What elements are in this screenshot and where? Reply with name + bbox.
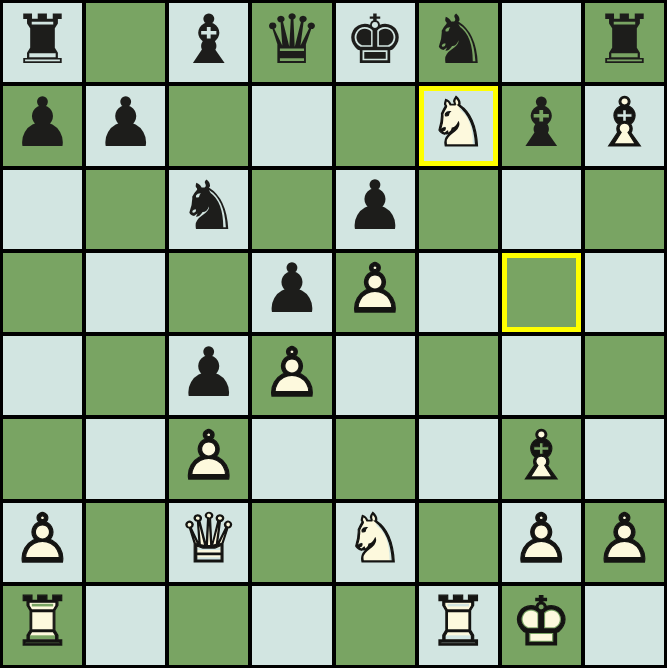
square-g8[interactable] xyxy=(502,3,581,82)
square-e5[interactable]: ♟♙ xyxy=(336,253,415,332)
square-c7[interactable] xyxy=(169,86,248,165)
square-h6[interactable] xyxy=(585,170,664,249)
chess-board: ♜♝♛♚♞♜♟♟♞♘♝♝♗♞♟♟♟♙♟♟♙♟♙♝♗♟♙♛♕♞♘♟♙♟♙♜♖♜♖♚… xyxy=(0,0,667,668)
black-pawn[interactable]: ♟ xyxy=(3,86,82,165)
square-h3[interactable] xyxy=(585,419,664,498)
square-d3[interactable] xyxy=(252,419,331,498)
black-king[interactable]: ♚ xyxy=(336,3,415,82)
square-f4[interactable] xyxy=(419,336,498,415)
square-c4[interactable]: ♟ xyxy=(169,336,248,415)
square-g7[interactable]: ♝ xyxy=(502,86,581,165)
square-d7[interactable] xyxy=(252,86,331,165)
square-f2[interactable] xyxy=(419,503,498,582)
piece-outline-glyph: ♘ xyxy=(419,89,498,157)
piece-outline-glyph: ♖ xyxy=(3,589,82,657)
piece-outline-glyph: ♙ xyxy=(3,505,82,573)
square-g5[interactable] xyxy=(502,253,581,332)
square-a3[interactable] xyxy=(3,419,82,498)
piece-glyph: ♟ xyxy=(86,89,165,157)
square-d2[interactable] xyxy=(252,503,331,582)
square-f7[interactable]: ♞♘ xyxy=(419,86,498,165)
square-a8[interactable]: ♜ xyxy=(3,3,82,82)
piece-outline-glyph: ♙ xyxy=(169,422,248,490)
square-c8[interactable]: ♝ xyxy=(169,3,248,82)
piece-outline-glyph: ♔ xyxy=(502,589,581,657)
square-h1[interactable] xyxy=(585,586,664,665)
square-g2[interactable]: ♟♙ xyxy=(502,503,581,582)
square-h2[interactable]: ♟♙ xyxy=(585,503,664,582)
piece-glyph: ♟ xyxy=(336,172,415,240)
piece-outline-glyph: ♘ xyxy=(336,505,415,573)
black-pawn[interactable]: ♟ xyxy=(86,86,165,165)
black-bishop[interactable]: ♝ xyxy=(169,3,248,82)
square-e2[interactable]: ♞♘ xyxy=(336,503,415,582)
square-b7[interactable]: ♟ xyxy=(86,86,165,165)
white-pawn[interactable]: ♟♙ xyxy=(252,336,331,415)
piece-glyph: ♝ xyxy=(502,89,581,157)
piece-glyph: ♚ xyxy=(336,6,415,74)
piece-glyph: ♛ xyxy=(252,6,331,74)
square-e8[interactable]: ♚ xyxy=(336,3,415,82)
piece-outline-glyph: ♗ xyxy=(502,422,581,490)
piece-glyph: ♝ xyxy=(169,6,248,74)
square-b2[interactable] xyxy=(86,503,165,582)
black-knight[interactable]: ♞ xyxy=(419,3,498,82)
white-king[interactable]: ♚♔ xyxy=(502,586,581,665)
white-pawn[interactable]: ♟♙ xyxy=(585,503,664,582)
square-a2[interactable]: ♟♙ xyxy=(3,503,82,582)
square-c2[interactable]: ♛♕ xyxy=(169,503,248,582)
black-rook[interactable]: ♜ xyxy=(3,3,82,82)
piece-glyph: ♟ xyxy=(3,89,82,157)
piece-glyph: ♞ xyxy=(419,6,498,74)
square-f8[interactable]: ♞ xyxy=(419,3,498,82)
square-a7[interactable]: ♟ xyxy=(3,86,82,165)
square-f3[interactable] xyxy=(419,419,498,498)
square-f6[interactable] xyxy=(419,170,498,249)
square-a4[interactable] xyxy=(3,336,82,415)
piece-glyph: ♜ xyxy=(3,6,82,74)
white-bishop[interactable]: ♝♗ xyxy=(585,86,664,165)
piece-glyph: ♞ xyxy=(169,172,248,240)
black-queen[interactable]: ♛ xyxy=(252,3,331,82)
square-h8[interactable]: ♜ xyxy=(585,3,664,82)
black-rook[interactable]: ♜ xyxy=(585,3,664,82)
square-e6[interactable]: ♟ xyxy=(336,170,415,249)
square-c6[interactable]: ♞ xyxy=(169,170,248,249)
square-f5[interactable] xyxy=(419,253,498,332)
square-b8[interactable] xyxy=(86,3,165,82)
square-d5[interactable]: ♟ xyxy=(252,253,331,332)
piece-outline-glyph: ♙ xyxy=(502,505,581,573)
black-pawn[interactable]: ♟ xyxy=(336,170,415,249)
square-b5[interactable] xyxy=(86,253,165,332)
white-pawn[interactable]: ♟♙ xyxy=(3,503,82,582)
piece-outline-glyph: ♖ xyxy=(419,589,498,657)
square-e3[interactable] xyxy=(336,419,415,498)
square-h4[interactable] xyxy=(585,336,664,415)
square-a6[interactable] xyxy=(3,170,82,249)
square-b1[interactable] xyxy=(86,586,165,665)
piece-outline-glyph: ♙ xyxy=(252,339,331,407)
square-g1[interactable]: ♚♔ xyxy=(502,586,581,665)
piece-outline-glyph: ♙ xyxy=(585,505,664,573)
square-c5[interactable] xyxy=(169,253,248,332)
piece-glyph: ♟ xyxy=(169,339,248,407)
piece-glyph: ♟ xyxy=(252,256,331,324)
square-c3[interactable]: ♟♙ xyxy=(169,419,248,498)
square-e4[interactable] xyxy=(336,336,415,415)
square-h5[interactable] xyxy=(585,253,664,332)
square-a1[interactable]: ♜♖ xyxy=(3,586,82,665)
square-d8[interactable]: ♛ xyxy=(252,3,331,82)
black-bishop[interactable]: ♝ xyxy=(502,86,581,165)
white-bishop[interactable]: ♝♗ xyxy=(502,419,581,498)
square-g4[interactable] xyxy=(502,336,581,415)
white-rook[interactable]: ♜♖ xyxy=(3,586,82,665)
white-queen[interactable]: ♛♕ xyxy=(169,503,248,582)
square-c1[interactable] xyxy=(169,586,248,665)
square-b3[interactable] xyxy=(86,419,165,498)
square-a5[interactable] xyxy=(3,253,82,332)
square-e7[interactable] xyxy=(336,86,415,165)
piece-outline-glyph: ♙ xyxy=(336,256,415,324)
white-rook[interactable]: ♜♖ xyxy=(419,586,498,665)
black-pawn[interactable]: ♟ xyxy=(252,253,331,332)
black-knight[interactable]: ♞ xyxy=(169,170,248,249)
white-pawn[interactable]: ♟♙ xyxy=(502,503,581,582)
square-d1[interactable] xyxy=(252,586,331,665)
square-d6[interactable] xyxy=(252,170,331,249)
white-knight[interactable]: ♞♘ xyxy=(336,503,415,582)
square-h7[interactable]: ♝♗ xyxy=(585,86,664,165)
white-knight[interactable]: ♞♘ xyxy=(419,86,498,165)
black-pawn[interactable]: ♟ xyxy=(169,336,248,415)
piece-outline-glyph: ♗ xyxy=(585,89,664,157)
square-g3[interactable]: ♝♗ xyxy=(502,419,581,498)
square-d4[interactable]: ♟♙ xyxy=(252,336,331,415)
white-pawn[interactable]: ♟♙ xyxy=(336,253,415,332)
square-b6[interactable] xyxy=(86,170,165,249)
square-b4[interactable] xyxy=(86,336,165,415)
white-pawn[interactable]: ♟♙ xyxy=(169,419,248,498)
square-g6[interactable] xyxy=(502,170,581,249)
square-f1[interactable]: ♜♖ xyxy=(419,586,498,665)
piece-glyph: ♜ xyxy=(585,6,664,74)
piece-outline-glyph: ♕ xyxy=(169,505,248,573)
square-e1[interactable] xyxy=(336,586,415,665)
